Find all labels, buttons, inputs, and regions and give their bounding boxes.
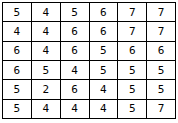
- grid-cell-r3c1[interactable]: 6: [3, 42, 31, 60]
- grid-cell-r6c5[interactable]: 5: [118, 100, 146, 118]
- grid-cell-r4c4[interactable]: 5: [90, 61, 118, 79]
- grid-cell-r6c3[interactable]: 4: [61, 100, 89, 118]
- grid-cell-r2c4[interactable]: 6: [90, 22, 118, 40]
- grid-cell-r3c3[interactable]: 6: [61, 42, 89, 60]
- grid-cell-r5c5[interactable]: 5: [118, 80, 146, 98]
- grid-cell-r4c5[interactable]: 5: [118, 61, 146, 79]
- grid-cell-r4c6[interactable]: 5: [147, 61, 175, 79]
- grid-cell-r1c3[interactable]: 5: [61, 3, 89, 21]
- grid-cell-r6c2[interactable]: 4: [32, 100, 60, 118]
- puzzle-board: 545677446677646566654555526455544457: [2, 2, 176, 119]
- grid-cell-r6c4[interactable]: 4: [90, 100, 118, 118]
- grid-cell-r2c1[interactable]: 4: [3, 22, 31, 40]
- grid-cell-r1c4[interactable]: 6: [90, 3, 118, 21]
- grid-cell-r4c1[interactable]: 6: [3, 61, 31, 79]
- grid-cell-r6c6[interactable]: 7: [147, 100, 175, 118]
- grid-cell-r5c1[interactable]: 5: [3, 80, 31, 98]
- grid-cell-r4c2[interactable]: 5: [32, 61, 60, 79]
- grid-cell-r5c4[interactable]: 4: [90, 80, 118, 98]
- grid-cell-r3c5[interactable]: 6: [118, 42, 146, 60]
- grid-cell-r1c2[interactable]: 4: [32, 3, 60, 21]
- grid-cell-r6c1[interactable]: 5: [3, 100, 31, 118]
- grid-cell-r1c1[interactable]: 5: [3, 3, 31, 21]
- grid-cell-r3c4[interactable]: 5: [90, 42, 118, 60]
- grid-cell-r1c5[interactable]: 7: [118, 3, 146, 21]
- grid-cell-r4c3[interactable]: 4: [61, 61, 89, 79]
- grid-cell-r3c2[interactable]: 4: [32, 42, 60, 60]
- grid-cell-r2c2[interactable]: 4: [32, 22, 60, 40]
- grid-cell-r2c3[interactable]: 6: [61, 22, 89, 40]
- grid-cell-r5c2[interactable]: 2: [32, 80, 60, 98]
- grid-cell-r3c6[interactable]: 6: [147, 42, 175, 60]
- grid-cell-r5c6[interactable]: 5: [147, 80, 175, 98]
- grid-cell-r2c6[interactable]: 7: [147, 22, 175, 40]
- grid-cell-r1c6[interactable]: 7: [147, 3, 175, 21]
- grid-cell-r5c3[interactable]: 6: [61, 80, 89, 98]
- grid-cell-r2c5[interactable]: 7: [118, 22, 146, 40]
